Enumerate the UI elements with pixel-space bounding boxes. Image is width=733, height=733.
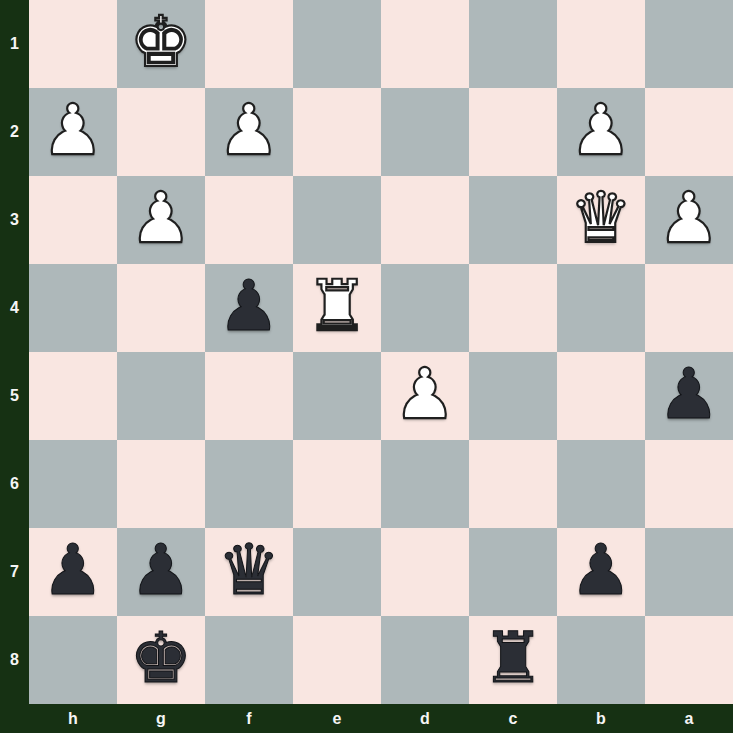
file-label-h: h	[29, 704, 117, 733]
square-g1[interactable]: ♚	[117, 0, 205, 88]
square-c2[interactable]	[469, 88, 557, 176]
square-d6[interactable]	[381, 440, 469, 528]
white-pawn[interactable]: ♟	[130, 183, 193, 253]
square-f2[interactable]: ♟	[205, 88, 293, 176]
square-f6[interactable]	[205, 440, 293, 528]
square-g2[interactable]	[117, 88, 205, 176]
square-g8[interactable]: ♚	[117, 616, 205, 704]
square-c7[interactable]	[469, 528, 557, 616]
square-f1[interactable]	[205, 0, 293, 88]
rank-label-8: 8	[0, 616, 29, 704]
square-e7[interactable]	[293, 528, 381, 616]
square-h6[interactable]	[29, 440, 117, 528]
white-king[interactable]: ♚	[130, 7, 193, 77]
square-f3[interactable]	[205, 176, 293, 264]
square-h2[interactable]: ♟	[29, 88, 117, 176]
white-pawn[interactable]: ♟	[394, 359, 457, 429]
black-pawn[interactable]: ♟	[218, 271, 281, 341]
square-f8[interactable]	[205, 616, 293, 704]
square-a3[interactable]: ♟	[645, 176, 733, 264]
black-pawn[interactable]: ♟	[658, 359, 721, 429]
square-b1[interactable]	[557, 0, 645, 88]
square-a2[interactable]	[645, 88, 733, 176]
square-d5[interactable]: ♟	[381, 352, 469, 440]
square-g3[interactable]: ♟	[117, 176, 205, 264]
rank-label-4: 4	[0, 264, 29, 352]
white-pawn[interactable]: ♟	[218, 95, 281, 165]
square-d2[interactable]	[381, 88, 469, 176]
black-pawn[interactable]: ♟	[130, 535, 193, 605]
square-g5[interactable]	[117, 352, 205, 440]
black-pawn[interactable]: ♟	[42, 535, 105, 605]
square-a8[interactable]	[645, 616, 733, 704]
file-label-a: a	[645, 704, 733, 733]
square-b4[interactable]	[557, 264, 645, 352]
square-e5[interactable]	[293, 352, 381, 440]
square-d1[interactable]	[381, 0, 469, 88]
square-e2[interactable]	[293, 88, 381, 176]
square-e4[interactable]: ♜	[293, 264, 381, 352]
square-e1[interactable]	[293, 0, 381, 88]
square-b6[interactable]	[557, 440, 645, 528]
black-queen[interactable]: ♛	[218, 535, 281, 605]
square-b8[interactable]	[557, 616, 645, 704]
file-label-d: d	[381, 704, 469, 733]
file-label-e: e	[293, 704, 381, 733]
square-g6[interactable]	[117, 440, 205, 528]
white-pawn[interactable]: ♟	[570, 95, 633, 165]
square-f5[interactable]	[205, 352, 293, 440]
square-f7[interactable]: ♛	[205, 528, 293, 616]
square-h5[interactable]	[29, 352, 117, 440]
file-label-g: g	[117, 704, 205, 733]
square-a7[interactable]	[645, 528, 733, 616]
square-d4[interactable]	[381, 264, 469, 352]
square-h1[interactable]	[29, 0, 117, 88]
white-pawn[interactable]: ♟	[658, 183, 721, 253]
file-label-f: f	[205, 704, 293, 733]
square-g7[interactable]: ♟	[117, 528, 205, 616]
square-c8[interactable]: ♜	[469, 616, 557, 704]
black-king[interactable]: ♚	[130, 623, 193, 693]
black-pawn[interactable]: ♟	[570, 535, 633, 605]
square-e6[interactable]	[293, 440, 381, 528]
square-c4[interactable]	[469, 264, 557, 352]
rank-label-5: 5	[0, 352, 29, 440]
square-b7[interactable]: ♟	[557, 528, 645, 616]
square-f4[interactable]: ♟	[205, 264, 293, 352]
square-h7[interactable]: ♟	[29, 528, 117, 616]
rank-label-6: 6	[0, 440, 29, 528]
square-e3[interactable]	[293, 176, 381, 264]
square-h8[interactable]	[29, 616, 117, 704]
square-d8[interactable]	[381, 616, 469, 704]
board-frame: ♚♟♟♟♟♛♟♟♜♟♟♟♟♛♟♚♜ 12345678 hgfedcba	[0, 0, 733, 733]
square-a1[interactable]	[645, 0, 733, 88]
square-b5[interactable]	[557, 352, 645, 440]
square-c1[interactable]	[469, 0, 557, 88]
chess-board: ♚♟♟♟♟♛♟♟♜♟♟♟♟♛♟♚♜	[29, 0, 733, 704]
square-c5[interactable]	[469, 352, 557, 440]
file-label-b: b	[557, 704, 645, 733]
rank-label-3: 3	[0, 176, 29, 264]
square-c6[interactable]	[469, 440, 557, 528]
white-rook[interactable]: ♜	[306, 271, 369, 341]
square-a6[interactable]	[645, 440, 733, 528]
white-pawn[interactable]: ♟	[42, 95, 105, 165]
square-h3[interactable]	[29, 176, 117, 264]
square-d7[interactable]	[381, 528, 469, 616]
black-rook[interactable]: ♜	[482, 623, 545, 693]
square-a4[interactable]	[645, 264, 733, 352]
square-d3[interactable]	[381, 176, 469, 264]
rank-label-2: 2	[0, 88, 29, 176]
file-label-c: c	[469, 704, 557, 733]
square-c3[interactable]	[469, 176, 557, 264]
square-h4[interactable]	[29, 264, 117, 352]
white-queen[interactable]: ♛	[570, 183, 633, 253]
rank-label-1: 1	[0, 0, 29, 88]
square-g4[interactable]	[117, 264, 205, 352]
square-e8[interactable]	[293, 616, 381, 704]
square-b2[interactable]: ♟	[557, 88, 645, 176]
square-b3[interactable]: ♛	[557, 176, 645, 264]
rank-label-7: 7	[0, 528, 29, 616]
square-a5[interactable]: ♟	[645, 352, 733, 440]
